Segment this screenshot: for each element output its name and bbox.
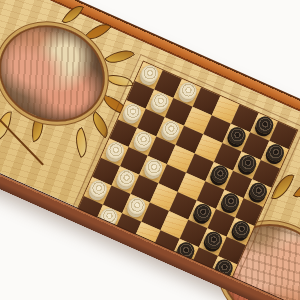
game-board: [0, 0, 300, 300]
leaf-ornament: [0, 0, 1, 8]
leaf-ornament: [106, 72, 134, 89]
photo-canvas: [0, 0, 300, 300]
leaf-ornament: [69, 127, 93, 158]
leaf-ornament: [104, 43, 135, 70]
